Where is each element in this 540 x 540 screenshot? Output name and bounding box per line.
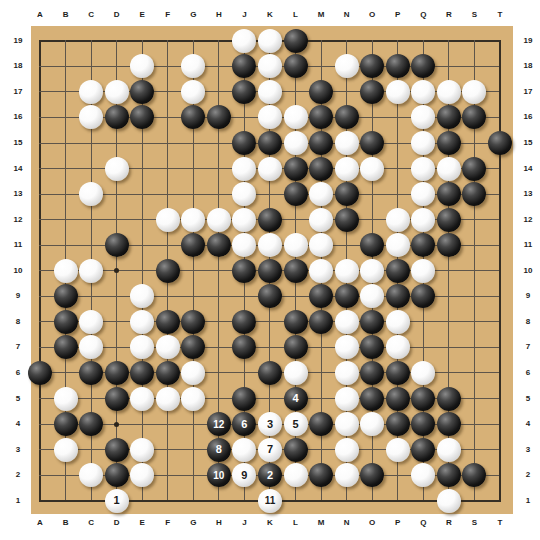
stone-white-N10[interactable] xyxy=(335,259,359,283)
stone-white-G12[interactable] xyxy=(181,208,205,232)
column-label-bottom-P: P xyxy=(390,518,406,528)
stone-white-E5[interactable] xyxy=(130,387,154,411)
stone-black-B7[interactable] xyxy=(54,335,78,359)
move-number-label: 9 xyxy=(241,470,247,481)
stone-white-O14[interactable] xyxy=(360,157,384,181)
row-label-left-3: 3 xyxy=(9,445,27,455)
stone-white-K4[interactable]: 3 xyxy=(258,412,282,436)
stone-white-P8[interactable] xyxy=(386,310,410,334)
stone-black-R13[interactable] xyxy=(437,182,461,206)
column-label-bottom-F: F xyxy=(160,518,176,528)
stone-black-M15[interactable] xyxy=(309,131,333,155)
row-label-left-2: 2 xyxy=(9,470,27,480)
stone-black-P6[interactable] xyxy=(386,361,410,385)
stone-white-P11[interactable] xyxy=(386,233,410,257)
stone-black-A6[interactable] xyxy=(28,361,52,385)
stone-black-F10[interactable] xyxy=(156,259,180,283)
stone-black-D6[interactable] xyxy=(105,361,129,385)
stone-black-O17[interactable] xyxy=(360,80,384,104)
row-label-left-5: 5 xyxy=(9,394,27,404)
stone-white-K3[interactable]: 7 xyxy=(258,438,282,462)
row-label-right-9: 9 xyxy=(519,291,537,301)
stone-white-F5[interactable] xyxy=(156,387,180,411)
stone-black-N9[interactable] xyxy=(335,284,359,308)
move-number-label: 10 xyxy=(213,470,224,481)
stone-black-M17[interactable] xyxy=(309,80,333,104)
stone-black-R11[interactable] xyxy=(437,233,461,257)
stone-black-D16[interactable] xyxy=(105,105,129,129)
stone-white-N5[interactable] xyxy=(335,387,359,411)
column-label-top-P: P xyxy=(390,10,406,20)
row-label-right-1: 1 xyxy=(519,496,537,506)
row-label-right-4: 4 xyxy=(519,419,537,429)
row-label-right-13: 13 xyxy=(519,189,537,199)
stone-black-G8[interactable] xyxy=(181,310,205,334)
stone-black-O15[interactable] xyxy=(360,131,384,155)
stone-black-J10[interactable] xyxy=(232,259,256,283)
stone-white-M12[interactable] xyxy=(309,208,333,232)
stone-black-L19[interactable] xyxy=(284,29,308,53)
move-number-label: 8 xyxy=(216,444,222,455)
stone-black-R4[interactable] xyxy=(437,412,461,436)
row-label-left-15: 15 xyxy=(9,138,27,148)
stone-black-N13[interactable] xyxy=(335,182,359,206)
stone-white-K14[interactable] xyxy=(258,157,282,181)
column-label-top-A: A xyxy=(32,10,48,20)
row-label-right-7: 7 xyxy=(519,342,537,352)
stone-black-K15[interactable] xyxy=(258,131,282,155)
stone-white-L11[interactable] xyxy=(284,233,308,257)
stone-white-F12[interactable] xyxy=(156,208,180,232)
stone-black-R2[interactable] xyxy=(437,463,461,487)
stone-white-N7[interactable] xyxy=(335,335,359,359)
stone-white-R14[interactable] xyxy=(437,157,461,181)
stone-white-Q10[interactable] xyxy=(411,259,435,283)
column-label-top-T: T xyxy=(492,10,508,20)
column-label-top-F: F xyxy=(160,10,176,20)
column-label-top-D: D xyxy=(109,10,125,20)
stone-white-P3[interactable] xyxy=(386,438,410,462)
stone-black-E17[interactable] xyxy=(130,80,154,104)
row-label-right-8: 8 xyxy=(519,317,537,327)
stone-black-D11[interactable] xyxy=(105,233,129,257)
stone-white-D17[interactable] xyxy=(105,80,129,104)
row-label-left-8: 8 xyxy=(9,317,27,327)
stone-black-M8[interactable] xyxy=(309,310,333,334)
stone-black-K12[interactable] xyxy=(258,208,282,232)
stone-black-F8[interactable] xyxy=(156,310,180,334)
stone-white-B10[interactable] xyxy=(54,259,78,283)
move-number-label: 4 xyxy=(292,393,298,404)
stone-black-O8[interactable] xyxy=(360,310,384,334)
row-label-left-9: 9 xyxy=(9,291,27,301)
stone-white-C8[interactable] xyxy=(79,310,103,334)
column-label-top-C: C xyxy=(83,10,99,20)
row-label-right-15: 15 xyxy=(519,138,537,148)
column-label-top-H: H xyxy=(211,10,227,20)
column-label-top-L: L xyxy=(288,10,304,20)
stone-black-L18[interactable] xyxy=(284,54,308,78)
stone-black-T15[interactable] xyxy=(488,131,512,155)
stone-white-R1[interactable] xyxy=(437,489,461,513)
stone-black-R5[interactable] xyxy=(437,387,461,411)
stone-white-P7[interactable] xyxy=(386,335,410,359)
stone-white-J3[interactable] xyxy=(232,438,256,462)
stone-black-F6[interactable] xyxy=(156,361,180,385)
stone-white-K19[interactable] xyxy=(258,29,282,53)
stone-white-H12[interactable] xyxy=(207,208,231,232)
stone-black-O5[interactable] xyxy=(360,387,384,411)
column-label-top-K: K xyxy=(262,10,278,20)
row-label-left-13: 13 xyxy=(9,189,27,199)
move-number-label: 5 xyxy=(292,419,298,430)
grid-line-horizontal xyxy=(39,347,501,348)
move-number-label: 3 xyxy=(267,419,273,430)
stone-white-M10[interactable] xyxy=(309,259,333,283)
move-number-label: 12 xyxy=(213,419,224,430)
stone-black-C6[interactable] xyxy=(79,361,103,385)
stone-black-M4[interactable] xyxy=(309,412,333,436)
column-label-top-Q: Q xyxy=(415,10,431,20)
stone-white-C17[interactable] xyxy=(79,80,103,104)
stone-black-N12[interactable] xyxy=(335,208,359,232)
column-label-bottom-K: K xyxy=(262,518,278,528)
column-label-bottom-B: B xyxy=(58,518,74,528)
row-label-left-16: 16 xyxy=(9,112,27,122)
row-label-right-12: 12 xyxy=(519,215,537,225)
row-label-left-10: 10 xyxy=(9,266,27,276)
column-label-bottom-D: D xyxy=(109,518,125,528)
stone-black-J5[interactable] xyxy=(232,387,256,411)
stone-white-N3[interactable] xyxy=(335,438,359,462)
stone-black-H2[interactable]: 10 xyxy=(207,463,231,487)
stone-white-G5[interactable] xyxy=(181,387,205,411)
column-label-top-S: S xyxy=(466,10,482,20)
stone-white-C10[interactable] xyxy=(79,259,103,283)
stone-black-P10[interactable] xyxy=(386,259,410,283)
move-number-label: 6 xyxy=(241,419,247,430)
star-point-D4 xyxy=(114,422,119,427)
row-label-right-6: 6 xyxy=(519,368,537,378)
grid-line-vertical xyxy=(499,40,501,502)
row-label-left-11: 11 xyxy=(9,240,27,250)
row-label-right-5: 5 xyxy=(519,394,537,404)
stone-white-P17[interactable] xyxy=(386,80,410,104)
row-label-right-18: 18 xyxy=(519,61,537,71)
stone-black-N16[interactable] xyxy=(335,105,359,129)
stone-black-D3[interactable] xyxy=(105,438,129,462)
column-label-top-O: O xyxy=(364,10,380,20)
row-label-left-6: 6 xyxy=(9,368,27,378)
stone-black-M14[interactable] xyxy=(309,157,333,181)
column-label-top-N: N xyxy=(339,10,355,20)
stone-white-D1[interactable]: 1 xyxy=(105,489,129,513)
stone-white-N8[interactable] xyxy=(335,310,359,334)
stone-black-D5[interactable] xyxy=(105,387,129,411)
stone-black-R12[interactable] xyxy=(437,208,461,232)
stone-black-K2[interactable]: 2 xyxy=(258,463,282,487)
stone-white-J12[interactable] xyxy=(232,208,256,232)
column-label-top-B: B xyxy=(58,10,74,20)
stone-black-O6[interactable] xyxy=(360,361,384,385)
stone-black-L14[interactable] xyxy=(284,157,308,181)
column-label-bottom-L: L xyxy=(288,518,304,528)
stone-black-K10[interactable] xyxy=(258,259,282,283)
stone-black-P4[interactable] xyxy=(386,412,410,436)
column-label-top-G: G xyxy=(185,10,201,20)
row-label-right-10: 10 xyxy=(519,266,537,276)
stone-black-H11[interactable] xyxy=(207,233,231,257)
column-label-bottom-J: J xyxy=(236,518,252,528)
column-label-bottom-A: A xyxy=(32,518,48,528)
row-label-left-4: 4 xyxy=(9,419,27,429)
stone-white-C13[interactable] xyxy=(79,182,103,206)
stone-black-P18[interactable] xyxy=(386,54,410,78)
stone-black-C4[interactable] xyxy=(79,412,103,436)
column-label-bottom-C: C xyxy=(83,518,99,528)
row-label-right-2: 2 xyxy=(519,470,537,480)
stone-white-Q12[interactable] xyxy=(411,208,435,232)
row-label-left-1: 1 xyxy=(9,496,27,506)
move-number-label: 1 xyxy=(114,495,120,506)
stone-white-N18[interactable] xyxy=(335,54,359,78)
stone-white-O10[interactable] xyxy=(360,259,384,283)
stone-white-L2[interactable] xyxy=(284,463,308,487)
stone-white-K11[interactable] xyxy=(258,233,282,257)
column-label-bottom-O: O xyxy=(364,518,380,528)
stone-white-B5[interactable] xyxy=(54,387,78,411)
grid-line-horizontal xyxy=(39,321,501,322)
column-label-top-J: J xyxy=(236,10,252,20)
move-number-label: 11 xyxy=(265,495,276,506)
stone-white-N14[interactable] xyxy=(335,157,359,181)
row-label-left-14: 14 xyxy=(9,164,27,174)
stone-black-L10[interactable] xyxy=(284,259,308,283)
stone-white-E8[interactable] xyxy=(130,310,154,334)
column-label-bottom-M: M xyxy=(313,518,329,528)
stone-black-L5[interactable]: 4 xyxy=(284,387,308,411)
stone-black-P9[interactable] xyxy=(386,284,410,308)
column-label-bottom-G: G xyxy=(185,518,201,528)
row-label-right-16: 16 xyxy=(519,112,537,122)
stone-black-Q5[interactable] xyxy=(411,387,435,411)
stone-white-O4[interactable] xyxy=(360,412,384,436)
column-label-bottom-H: H xyxy=(211,518,227,528)
stone-white-R17[interactable] xyxy=(437,80,461,104)
stone-white-N4[interactable] xyxy=(335,412,359,436)
stone-white-L4[interactable]: 5 xyxy=(284,412,308,436)
stone-black-R15[interactable] xyxy=(437,131,461,155)
stone-white-F7[interactable] xyxy=(156,335,180,359)
stone-white-J14[interactable] xyxy=(232,157,256,181)
column-label-bottom-T: T xyxy=(492,518,508,528)
row-label-left-17: 17 xyxy=(9,87,27,97)
column-label-top-M: M xyxy=(313,10,329,20)
row-label-right-11: 11 xyxy=(519,240,537,250)
stone-black-K6[interactable] xyxy=(258,361,282,385)
row-label-right-3: 3 xyxy=(519,445,537,455)
go-app: AABBCCDDEEFFGGHHJJKKLLMMNNOOPPQQRRSSTT19… xyxy=(0,0,540,540)
stone-black-L13[interactable] xyxy=(284,182,308,206)
stone-black-B4[interactable] xyxy=(54,412,78,436)
row-label-right-14: 14 xyxy=(519,164,537,174)
move-number-label: 2 xyxy=(267,470,273,481)
row-label-left-7: 7 xyxy=(9,342,27,352)
stone-black-H3[interactable]: 8 xyxy=(207,438,231,462)
column-label-bottom-N: N xyxy=(339,518,355,528)
row-label-right-17: 17 xyxy=(519,87,537,97)
stone-black-D2[interactable] xyxy=(105,463,129,487)
stone-black-L3[interactable] xyxy=(284,438,308,462)
stone-white-M13[interactable] xyxy=(309,182,333,206)
stone-white-K1[interactable]: 11 xyxy=(258,489,282,513)
column-label-bottom-R: R xyxy=(441,518,457,528)
stone-white-R3[interactable] xyxy=(437,438,461,462)
stone-white-Q17[interactable] xyxy=(411,80,435,104)
column-label-bottom-Q: Q xyxy=(415,518,431,528)
column-label-bottom-E: E xyxy=(134,518,150,528)
stone-black-S14[interactable] xyxy=(462,157,486,181)
stone-white-D14[interactable] xyxy=(105,157,129,181)
row-label-left-18: 18 xyxy=(9,61,27,71)
stone-black-B8[interactable] xyxy=(54,310,78,334)
stone-black-H4[interactable]: 12 xyxy=(207,412,231,436)
column-label-bottom-S: S xyxy=(466,518,482,528)
column-label-top-R: R xyxy=(441,10,457,20)
stone-white-N6[interactable] xyxy=(335,361,359,385)
stone-black-B9[interactable] xyxy=(54,284,78,308)
stone-black-L7[interactable] xyxy=(284,335,308,359)
stone-black-M2[interactable] xyxy=(309,463,333,487)
stone-white-N2[interactable] xyxy=(335,463,359,487)
stone-white-E3[interactable] xyxy=(130,438,154,462)
stone-white-Q14[interactable] xyxy=(411,157,435,181)
stone-white-L16[interactable] xyxy=(284,105,308,129)
stone-white-L15[interactable] xyxy=(284,131,308,155)
stone-white-N15[interactable] xyxy=(335,131,359,155)
stone-white-B3[interactable] xyxy=(54,438,78,462)
stone-white-L6[interactable] xyxy=(284,361,308,385)
stone-black-P5[interactable] xyxy=(386,387,410,411)
stone-black-L8[interactable] xyxy=(284,310,308,334)
stone-black-Q3[interactable] xyxy=(411,438,435,462)
move-number-label: 7 xyxy=(267,444,273,455)
stone-white-P12[interactable] xyxy=(386,208,410,232)
row-label-right-19: 19 xyxy=(519,36,537,46)
row-label-left-12: 12 xyxy=(9,215,27,225)
stone-black-E6[interactable] xyxy=(130,361,154,385)
row-label-left-19: 19 xyxy=(9,36,27,46)
stone-white-K17[interactable] xyxy=(258,80,282,104)
column-label-top-E: E xyxy=(134,10,150,20)
